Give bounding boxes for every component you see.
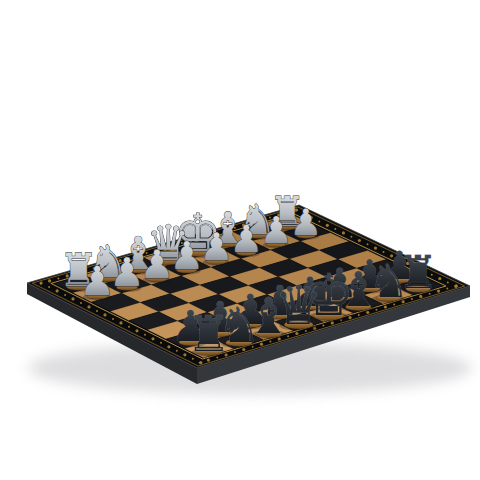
pawn-glyph: ♟ <box>290 201 323 244</box>
piece-white-pawn-a2[interactable]: ♟ <box>79 258 115 304</box>
piece-white-pawn-h2[interactable]: ♟ <box>290 201 323 244</box>
piece-white-pawn-f2[interactable]: ♟ <box>230 217 264 261</box>
rook-glyph: ♜ <box>187 305 231 363</box>
piece-white-pawn-d2[interactable]: ♟ <box>169 233 203 278</box>
chess-board-scene: ♜♞♟♝♟♚♟♛♟♝♟♞♟♟♜♟♟♜♟♟♞♟♝♟♚♟♛♟♝♟♞♜ <box>0 0 480 480</box>
pawn-glyph: ♟ <box>79 258 115 304</box>
chess-set-product-photo: ♜♞♟♝♟♚♟♛♟♝♟♞♟♟♜♟♟♜♟♟♞♟♝♟♚♟♛♟♝♟♞♜ <box>0 0 480 480</box>
pawn-glyph: ♟ <box>260 209 293 252</box>
pawn-glyph: ♟ <box>199 225 233 269</box>
piece-white-pawn-e2[interactable]: ♟ <box>199 225 233 269</box>
pawn-glyph: ♟ <box>230 217 264 261</box>
piece-white-pawn-g2[interactable]: ♟ <box>260 209 293 252</box>
piece-black-rook-a8[interactable]: ♜ <box>187 305 231 363</box>
pawn-glyph: ♟ <box>169 233 203 278</box>
